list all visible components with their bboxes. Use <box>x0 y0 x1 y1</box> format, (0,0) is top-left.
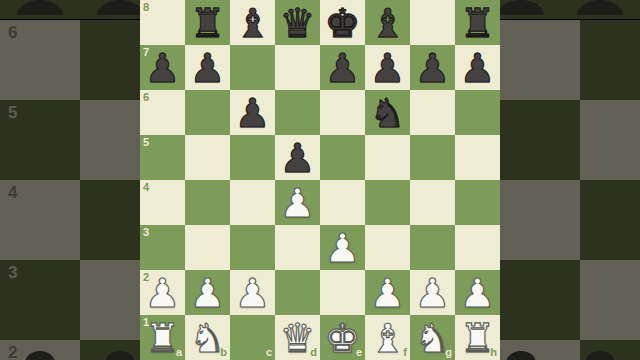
white-pawn-f2[interactable]: ♟ <box>365 270 410 315</box>
square-h7[interactable]: ♟ <box>455 45 500 90</box>
background-square <box>500 20 580 100</box>
square-e7[interactable]: ♟ <box>320 45 365 90</box>
square-a1[interactable]: 1a♜ <box>140 315 185 360</box>
square-d2[interactable] <box>275 270 320 315</box>
background-rank-label-4: 4 <box>8 184 17 201</box>
square-b8[interactable]: ♜ <box>185 0 230 45</box>
square-h1[interactable]: h♜ <box>455 315 500 360</box>
square-f2[interactable]: ♟ <box>365 270 410 315</box>
square-d1[interactable]: d♛ <box>275 315 320 360</box>
background-square <box>80 260 140 340</box>
letterbox-background-right <box>500 0 640 360</box>
chess-app-stage: 65432 8♜♝♛♚♝♜7♟♟♟♟♟♟6♟♞5♟4♟3♟2♟♟♟♟♟♟1a♜b… <box>0 0 640 360</box>
square-c6[interactable]: ♟ <box>230 90 275 135</box>
square-e4[interactable] <box>320 180 365 225</box>
square-a7[interactable]: 7♟ <box>140 45 185 90</box>
background-square <box>80 100 140 180</box>
black-pawn-c6[interactable]: ♟ <box>230 90 275 135</box>
white-knight-b1[interactable]: ♞ <box>185 315 230 360</box>
background-square <box>80 20 140 100</box>
background-square <box>580 20 640 100</box>
white-knight-g1[interactable]: ♞ <box>410 315 455 360</box>
file-label-c: c <box>266 347 272 358</box>
square-b7[interactable]: ♟ <box>185 45 230 90</box>
square-b1[interactable]: b♞ <box>185 315 230 360</box>
rank-label-8: 8 <box>143 2 149 13</box>
background-square <box>80 180 140 260</box>
square-c5[interactable] <box>230 135 275 180</box>
background-square <box>580 180 640 260</box>
background-square <box>500 180 580 260</box>
black-pawn-g7[interactable]: ♟ <box>410 45 455 90</box>
square-d3[interactable] <box>275 225 320 270</box>
square-e3[interactable]: ♟ <box>320 225 365 270</box>
square-h4[interactable] <box>455 180 500 225</box>
black-pawn-d5[interactable]: ♟ <box>275 135 320 180</box>
square-f5[interactable] <box>365 135 410 180</box>
square-g6[interactable] <box>410 90 455 135</box>
square-g1[interactable]: g♞ <box>410 315 455 360</box>
square-b6[interactable] <box>185 90 230 135</box>
square-g2[interactable]: ♟ <box>410 270 455 315</box>
square-e5[interactable] <box>320 135 365 180</box>
square-h5[interactable] <box>455 135 500 180</box>
background-rank-label-3: 3 <box>8 264 17 281</box>
white-king-e1[interactable]: ♚ <box>320 315 365 360</box>
white-pawn-c2[interactable]: ♟ <box>230 270 275 315</box>
white-pawn-e3[interactable]: ♟ <box>320 225 365 270</box>
square-e8[interactable]: ♚ <box>320 0 365 45</box>
square-d5[interactable]: ♟ <box>275 135 320 180</box>
square-h6[interactable] <box>455 90 500 135</box>
square-c7[interactable] <box>230 45 275 90</box>
square-d7[interactable] <box>275 45 320 90</box>
square-d4[interactable]: ♟ <box>275 180 320 225</box>
square-a6[interactable]: 6 <box>140 90 185 135</box>
square-f7[interactable]: ♟ <box>365 45 410 90</box>
black-rook-b8[interactable]: ♜ <box>185 0 230 45</box>
background-square <box>580 100 640 180</box>
square-e1[interactable]: e♚ <box>320 315 365 360</box>
square-d6[interactable] <box>275 90 320 135</box>
white-pawn-g2[interactable]: ♟ <box>410 270 455 315</box>
white-queen-d1[interactable]: ♛ <box>275 315 320 360</box>
square-h2[interactable]: ♟ <box>455 270 500 315</box>
background-square <box>580 260 640 340</box>
square-f3[interactable] <box>365 225 410 270</box>
rank-label-3: 3 <box>143 227 149 238</box>
background-square <box>500 100 580 180</box>
black-pawn-a7[interactable]: ♟ <box>140 45 185 90</box>
background-rank-label-6: 6 <box>8 24 17 41</box>
background-rank-label-5: 5 <box>8 104 17 121</box>
square-f1[interactable]: f♝ <box>365 315 410 360</box>
square-g4[interactable] <box>410 180 455 225</box>
square-b5[interactable] <box>185 135 230 180</box>
square-f4[interactable] <box>365 180 410 225</box>
black-queen-d8[interactable]: ♛ <box>275 0 320 45</box>
square-g7[interactable]: ♟ <box>410 45 455 90</box>
square-c8[interactable]: ♝ <box>230 0 275 45</box>
white-rook-a1[interactable]: ♜ <box>140 315 185 360</box>
background-rank-label-2: 2 <box>8 344 17 360</box>
square-c4[interactable] <box>230 180 275 225</box>
white-rook-h1[interactable]: ♜ <box>455 315 500 360</box>
square-a2[interactable]: 2♟ <box>140 270 185 315</box>
black-bishop-f8[interactable]: ♝ <box>365 0 410 45</box>
square-e6[interactable] <box>320 90 365 135</box>
black-pawn-e7[interactable]: ♟ <box>320 45 365 90</box>
rank-label-4: 4 <box>143 182 149 193</box>
white-pawn-h2[interactable]: ♟ <box>455 270 500 315</box>
rank-label-6: 6 <box>143 92 149 103</box>
square-e2[interactable] <box>320 270 365 315</box>
black-pawn-f7[interactable]: ♟ <box>365 45 410 90</box>
square-a5[interactable]: 5 <box>140 135 185 180</box>
square-f6[interactable]: ♞ <box>365 90 410 135</box>
square-g3[interactable] <box>410 225 455 270</box>
background-square <box>500 260 580 340</box>
letterbox-background-left: 65432 <box>0 0 140 360</box>
white-bishop-f1[interactable]: ♝ <box>365 315 410 360</box>
square-a8[interactable]: 8 <box>140 0 185 45</box>
square-f8[interactable]: ♝ <box>365 0 410 45</box>
square-b2[interactable]: ♟ <box>185 270 230 315</box>
square-a3[interactable]: 3 <box>140 225 185 270</box>
square-g8[interactable] <box>410 0 455 45</box>
square-a4[interactable]: 4 <box>140 180 185 225</box>
black-pawn-h7[interactable]: ♟ <box>455 45 500 90</box>
white-pawn-a2[interactable]: ♟ <box>140 270 185 315</box>
rank-label-5: 5 <box>143 137 149 148</box>
black-bishop-c8[interactable]: ♝ <box>230 0 275 45</box>
black-rook-h8[interactable]: ♜ <box>455 0 500 45</box>
square-h8[interactable]: ♜ <box>455 0 500 45</box>
square-c1[interactable]: c <box>230 315 275 360</box>
black-pawn-b7[interactable]: ♟ <box>185 45 230 90</box>
square-g5[interactable] <box>410 135 455 180</box>
white-pawn-d4[interactable]: ♟ <box>275 180 320 225</box>
square-h3[interactable] <box>455 225 500 270</box>
square-c3[interactable] <box>230 225 275 270</box>
white-pawn-b2[interactable]: ♟ <box>185 270 230 315</box>
square-c2[interactable]: ♟ <box>230 270 275 315</box>
chess-board[interactable]: 8♜♝♛♚♝♜7♟♟♟♟♟♟6♟♞5♟4♟3♟2♟♟♟♟♟♟1a♜b♞cd♛e♚… <box>140 0 500 360</box>
square-b4[interactable] <box>185 180 230 225</box>
black-king-e8[interactable]: ♚ <box>320 0 365 45</box>
square-b3[interactable] <box>185 225 230 270</box>
square-d8[interactable]: ♛ <box>275 0 320 45</box>
black-knight-f6[interactable]: ♞ <box>365 90 410 135</box>
